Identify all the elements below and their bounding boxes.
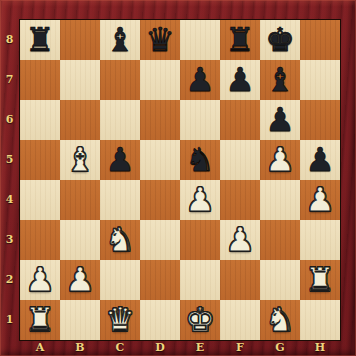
square-g8[interactable]: ♚ xyxy=(260,20,300,60)
square-a7[interactable] xyxy=(20,60,60,100)
white-pawn-a2[interactable]: ♟ xyxy=(20,260,60,300)
square-d7[interactable] xyxy=(140,60,180,100)
file-labels: ABCDEFGH xyxy=(20,340,340,356)
file-label-D: D xyxy=(140,340,180,356)
square-b8[interactable] xyxy=(60,20,100,60)
square-c5[interactable]: ♟ xyxy=(100,140,140,180)
square-d8[interactable]: ♛ xyxy=(140,20,180,60)
square-b5[interactable]: ♝ xyxy=(60,140,100,180)
square-b7[interactable] xyxy=(60,60,100,100)
square-a3[interactable] xyxy=(20,220,60,260)
square-d5[interactable] xyxy=(140,140,180,180)
square-c7[interactable] xyxy=(100,60,140,100)
white-pawn-e4[interactable]: ♟ xyxy=(180,180,220,220)
rank-label-8: 8 xyxy=(0,20,19,60)
square-g5[interactable]: ♟ xyxy=(260,140,300,180)
rank-label-2: 2 xyxy=(0,260,19,300)
square-g1[interactable]: ♞ xyxy=(260,300,300,340)
rank-label-5: 5 xyxy=(0,140,19,180)
white-rook-h2[interactable]: ♜ xyxy=(300,260,340,300)
white-king-e1[interactable]: ♚ xyxy=(180,300,220,340)
black-bishop-c8[interactable]: ♝ xyxy=(100,20,140,60)
square-h6[interactable] xyxy=(300,100,340,140)
square-a6[interactable] xyxy=(20,100,60,140)
square-e6[interactable] xyxy=(180,100,220,140)
square-c4[interactable] xyxy=(100,180,140,220)
file-label-G: G xyxy=(260,340,300,356)
square-e8[interactable] xyxy=(180,20,220,60)
square-f2[interactable] xyxy=(220,260,260,300)
square-c2[interactable] xyxy=(100,260,140,300)
square-f6[interactable] xyxy=(220,100,260,140)
square-b3[interactable] xyxy=(60,220,100,260)
rank-label-3: 3 xyxy=(0,220,19,260)
chess-board[interactable]: ♜♝♛♜♚♟♟♝♟♝♟♞♟♟♟♟♞♟♟♟♜♜♛♚♞ xyxy=(19,19,341,341)
square-f1[interactable] xyxy=(220,300,260,340)
white-queen-c1[interactable]: ♛ xyxy=(100,300,140,340)
black-knight-e5[interactable]: ♞ xyxy=(180,140,220,180)
square-h5[interactable]: ♟ xyxy=(300,140,340,180)
black-king-g8[interactable]: ♚ xyxy=(260,20,300,60)
square-a8[interactable]: ♜ xyxy=(20,20,60,60)
rank-labels: 87654321 xyxy=(0,20,19,340)
square-g3[interactable] xyxy=(260,220,300,260)
white-pawn-f3[interactable]: ♟ xyxy=(220,220,260,260)
square-c6[interactable] xyxy=(100,100,140,140)
white-knight-c3[interactable]: ♞ xyxy=(100,220,140,260)
file-label-A: A xyxy=(20,340,60,356)
chess-board-frame: 87654321 ♜♝♛♜♚♟♟♝♟♝♟♞♟♟♟♟♞♟♟♟♜♜♛♚♞ ABCDE… xyxy=(0,0,356,356)
white-pawn-h4[interactable]: ♟ xyxy=(300,180,340,220)
square-e7[interactable]: ♟ xyxy=(180,60,220,100)
square-a5[interactable] xyxy=(20,140,60,180)
square-g6[interactable]: ♟ xyxy=(260,100,300,140)
black-pawn-c5[interactable]: ♟ xyxy=(100,140,140,180)
black-pawn-e7[interactable]: ♟ xyxy=(180,60,220,100)
square-f3[interactable]: ♟ xyxy=(220,220,260,260)
square-f5[interactable] xyxy=(220,140,260,180)
rank-label-4: 4 xyxy=(0,180,19,220)
rank-label-6: 6 xyxy=(0,100,19,140)
square-d4[interactable] xyxy=(140,180,180,220)
square-b1[interactable] xyxy=(60,300,100,340)
black-rook-f8[interactable]: ♜ xyxy=(220,20,260,60)
square-a4[interactable] xyxy=(20,180,60,220)
square-b2[interactable]: ♟ xyxy=(60,260,100,300)
square-h8[interactable] xyxy=(300,20,340,60)
square-g2[interactable] xyxy=(260,260,300,300)
rank-label-7: 7 xyxy=(0,60,19,100)
square-e5[interactable]: ♞ xyxy=(180,140,220,180)
square-b4[interactable] xyxy=(60,180,100,220)
square-h4[interactable]: ♟ xyxy=(300,180,340,220)
square-e2[interactable] xyxy=(180,260,220,300)
square-b6[interactable] xyxy=(60,100,100,140)
square-h1[interactable] xyxy=(300,300,340,340)
square-h2[interactable]: ♜ xyxy=(300,260,340,300)
square-d1[interactable] xyxy=(140,300,180,340)
white-bishop-b5[interactable]: ♝ xyxy=(60,140,100,180)
rank-label-1: 1 xyxy=(0,300,19,340)
black-rook-a8[interactable]: ♜ xyxy=(20,20,60,60)
square-e3[interactable] xyxy=(180,220,220,260)
file-label-B: B xyxy=(60,340,100,356)
square-e4[interactable]: ♟ xyxy=(180,180,220,220)
square-d2[interactable] xyxy=(140,260,180,300)
white-rook-a1[interactable]: ♜ xyxy=(20,300,60,340)
black-pawn-g6[interactable]: ♟ xyxy=(260,100,300,140)
square-h7[interactable] xyxy=(300,60,340,100)
square-f7[interactable]: ♟ xyxy=(220,60,260,100)
square-h3[interactable] xyxy=(300,220,340,260)
square-c8[interactable]: ♝ xyxy=(100,20,140,60)
square-a1[interactable]: ♜ xyxy=(20,300,60,340)
file-label-H: H xyxy=(300,340,340,356)
square-c3[interactable]: ♞ xyxy=(100,220,140,260)
square-c1[interactable]: ♛ xyxy=(100,300,140,340)
black-bishop-g7[interactable]: ♝ xyxy=(260,60,300,100)
square-f4[interactable] xyxy=(220,180,260,220)
square-g4[interactable] xyxy=(260,180,300,220)
square-a2[interactable]: ♟ xyxy=(20,260,60,300)
white-pawn-b2[interactable]: ♟ xyxy=(60,260,100,300)
square-g7[interactable]: ♝ xyxy=(260,60,300,100)
file-label-E: E xyxy=(180,340,220,356)
file-label-C: C xyxy=(100,340,140,356)
white-pawn-g5[interactable]: ♟ xyxy=(260,140,300,180)
square-e1[interactable]: ♚ xyxy=(180,300,220,340)
white-knight-g1[interactable]: ♞ xyxy=(260,300,300,340)
square-d3[interactable] xyxy=(140,220,180,260)
black-queen-d8[interactable]: ♛ xyxy=(140,20,180,60)
black-pawn-h5[interactable]: ♟ xyxy=(300,140,340,180)
black-pawn-f7[interactable]: ♟ xyxy=(220,60,260,100)
file-label-F: F xyxy=(220,340,260,356)
square-d6[interactable] xyxy=(140,100,180,140)
square-f8[interactable]: ♜ xyxy=(220,20,260,60)
